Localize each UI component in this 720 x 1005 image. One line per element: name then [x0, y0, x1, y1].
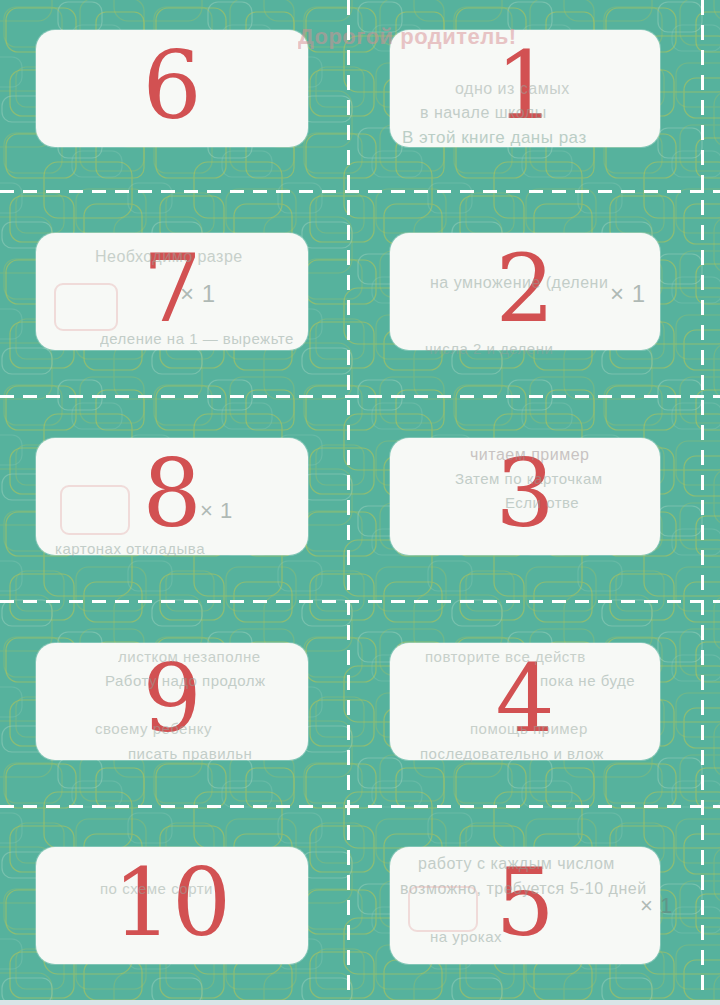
number-card-10: 10	[36, 847, 308, 964]
page-edge-strip	[0, 1000, 720, 1005]
cut-line-horizontal-3	[0, 600, 720, 603]
cut-line-horizontal-4	[0, 805, 720, 808]
number-card-9: 9	[36, 643, 308, 760]
card-number: 7	[142, 243, 201, 336]
card-number: 2	[495, 243, 554, 336]
card-number: 5	[495, 857, 554, 950]
number-card-6: 6	[36, 30, 308, 147]
card-number: 8	[142, 448, 201, 541]
card-number: 6	[142, 40, 201, 133]
card-number: 3	[495, 448, 554, 541]
number-card-4: 4	[390, 643, 660, 760]
cut-line-vertical-right	[701, 0, 704, 1005]
cut-line-horizontal-1	[0, 190, 720, 193]
card-number: 1	[495, 40, 554, 133]
number-card-7: 7	[36, 233, 308, 350]
number-card-3: 3	[390, 438, 660, 555]
card-number: 10	[113, 857, 231, 950]
number-card-8: 8	[36, 438, 308, 555]
number-card-1: 1	[390, 30, 660, 147]
number-card-5: 5	[390, 847, 660, 964]
cut-line-vertical-center	[347, 0, 350, 1005]
card-number: 4	[495, 653, 554, 746]
scanned-card-sheet: 6 1 7 2 8 3 9 4 10 5 Дорогой родитель!од…	[0, 0, 720, 1005]
card-number: 9	[142, 653, 201, 746]
cut-line-horizontal-2	[0, 395, 720, 398]
number-card-2: 2	[390, 233, 660, 350]
